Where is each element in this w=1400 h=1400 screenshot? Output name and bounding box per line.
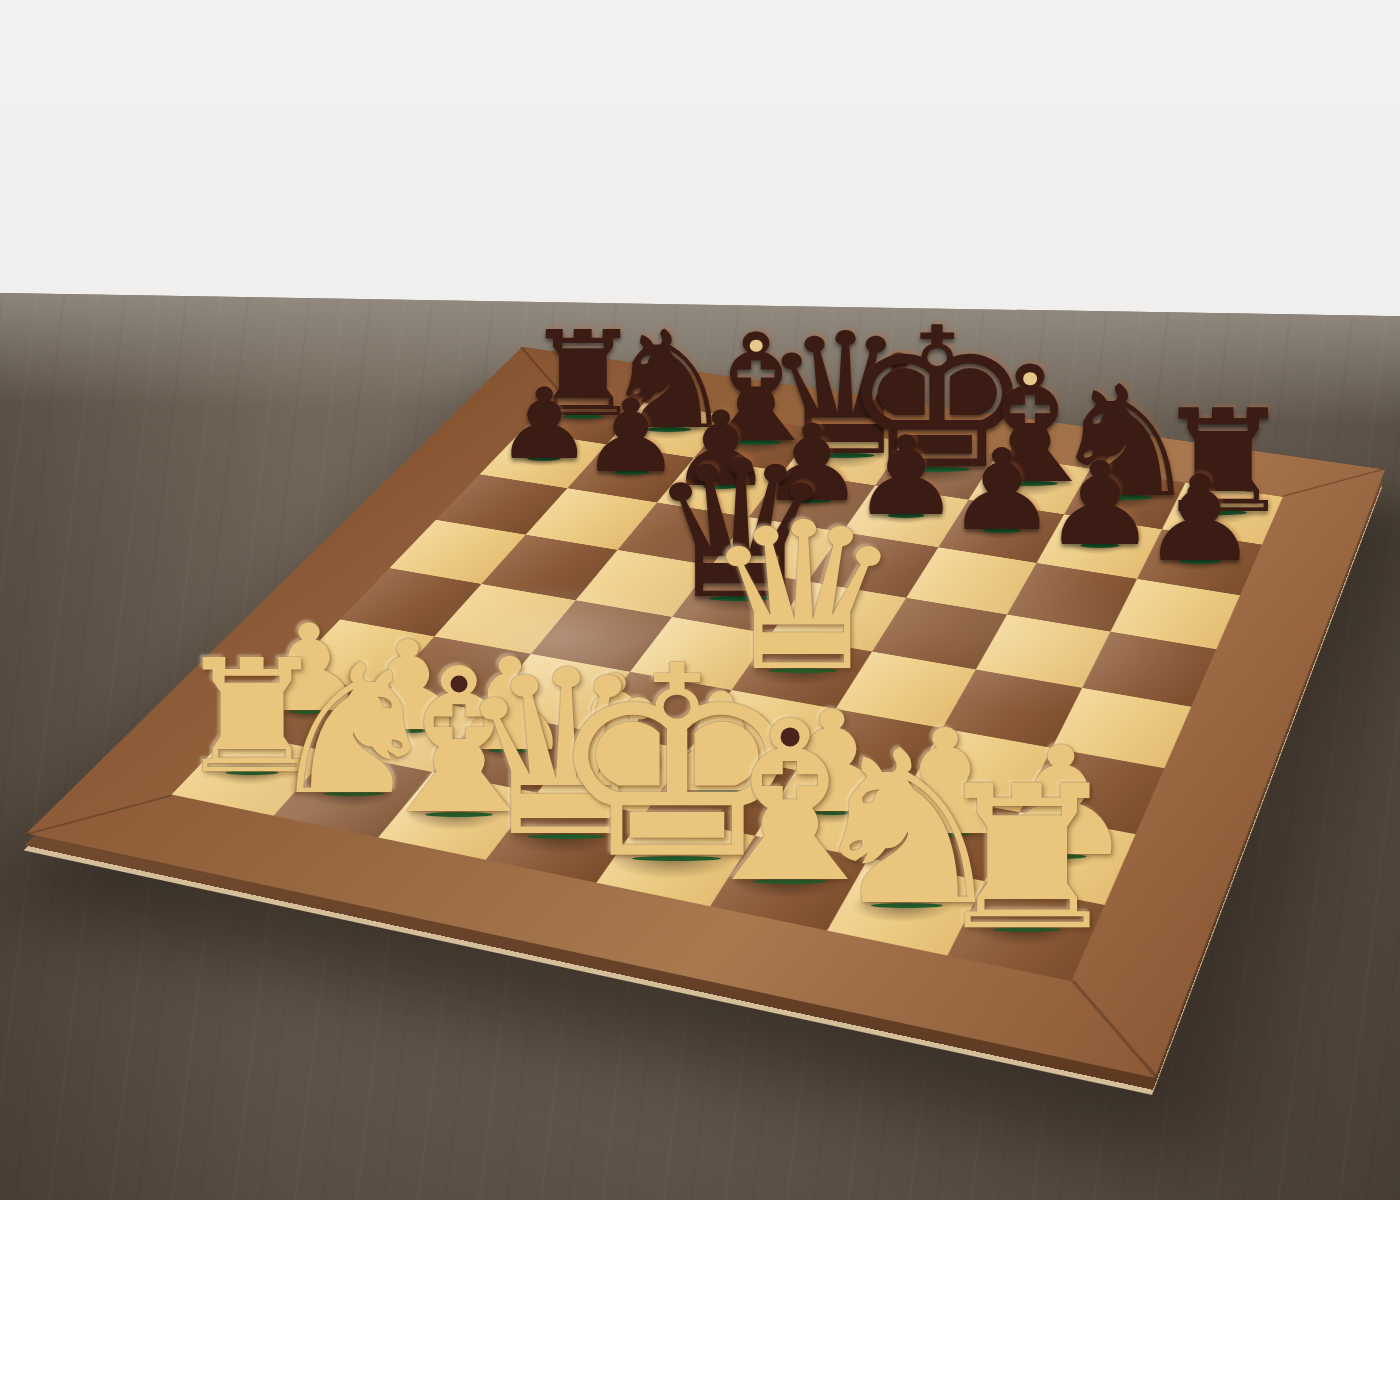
frame-miter-seam: [520, 347, 560, 391]
chess-set-product-photo: ♜♞♝♛♚♝♞♜♟♟♟♟♟♟♟♟♛♛♟♟♟♟♟♟♟♟♜♞♝♛♚♝♞♜ Both …: [0, 0, 1400, 1400]
frame-miter-seam: [1281, 469, 1385, 497]
bottom-white-letterbox: [0, 1200, 1400, 1400]
